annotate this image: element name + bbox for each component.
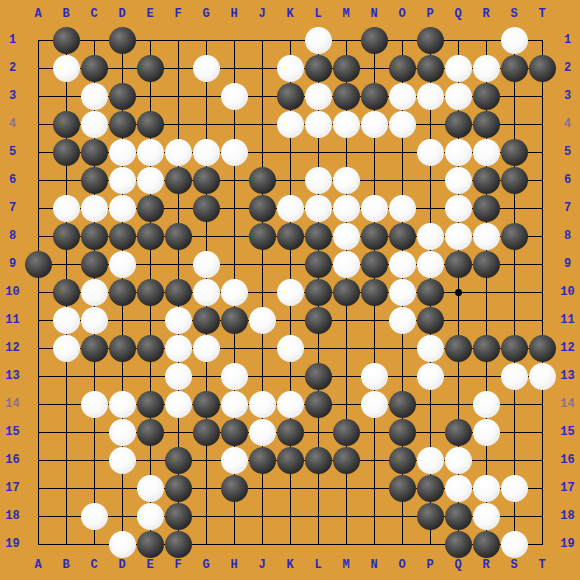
cell-N10[interactable] — [360, 278, 388, 306]
cell-F19[interactable] — [164, 530, 192, 558]
cell-A9[interactable] — [24, 250, 52, 278]
cell-O5[interactable] — [388, 138, 416, 166]
cell-E4[interactable] — [136, 110, 164, 138]
cell-Q9[interactable] — [444, 250, 472, 278]
cell-J9[interactable] — [248, 250, 276, 278]
cell-Q4[interactable] — [444, 110, 472, 138]
cell-S12[interactable] — [500, 334, 528, 362]
cell-E17[interactable] — [136, 474, 164, 502]
cell-J18[interactable] — [248, 502, 276, 530]
cell-B16[interactable] — [52, 446, 80, 474]
cell-O9[interactable] — [388, 250, 416, 278]
cell-K5[interactable] — [276, 138, 304, 166]
cell-N7[interactable] — [360, 194, 388, 222]
cell-A6[interactable] — [24, 166, 52, 194]
cell-B10[interactable] — [52, 278, 80, 306]
cell-J16[interactable] — [248, 446, 276, 474]
cell-E7[interactable] — [136, 194, 164, 222]
cell-O7[interactable] — [388, 194, 416, 222]
cell-G17[interactable] — [192, 474, 220, 502]
cell-H5[interactable] — [220, 138, 248, 166]
cell-O17[interactable] — [388, 474, 416, 502]
cell-M16[interactable] — [332, 446, 360, 474]
cell-B17[interactable] — [52, 474, 80, 502]
cell-T13[interactable] — [528, 362, 556, 390]
cell-J8[interactable] — [248, 222, 276, 250]
cell-K16[interactable] — [276, 446, 304, 474]
cell-S15[interactable] — [500, 418, 528, 446]
cell-O4[interactable] — [388, 110, 416, 138]
cell-A11[interactable] — [24, 306, 52, 334]
cell-T7[interactable] — [528, 194, 556, 222]
cell-B12[interactable] — [52, 334, 80, 362]
cell-C10[interactable] — [80, 278, 108, 306]
cell-E1[interactable] — [136, 26, 164, 54]
cell-N16[interactable] — [360, 446, 388, 474]
cell-S5[interactable] — [500, 138, 528, 166]
cell-E19[interactable] — [136, 530, 164, 558]
cell-Q16[interactable] — [444, 446, 472, 474]
cell-D5[interactable] — [108, 138, 136, 166]
cell-H15[interactable] — [220, 418, 248, 446]
cell-P1[interactable] — [416, 26, 444, 54]
cell-R2[interactable] — [472, 54, 500, 82]
cell-F11[interactable] — [164, 306, 192, 334]
cell-P9[interactable] — [416, 250, 444, 278]
cell-G7[interactable] — [192, 194, 220, 222]
cell-C16[interactable] — [80, 446, 108, 474]
cell-S7[interactable] — [500, 194, 528, 222]
cell-G9[interactable] — [192, 250, 220, 278]
cell-G8[interactable] — [192, 222, 220, 250]
cell-N4[interactable] — [360, 110, 388, 138]
cell-D13[interactable] — [108, 362, 136, 390]
cell-B11[interactable] — [52, 306, 80, 334]
cell-O6[interactable] — [388, 166, 416, 194]
cell-Q12[interactable] — [444, 334, 472, 362]
cell-F13[interactable] — [164, 362, 192, 390]
cell-R17[interactable] — [472, 474, 500, 502]
cell-M10[interactable] — [332, 278, 360, 306]
cell-B2[interactable] — [52, 54, 80, 82]
cell-F2[interactable] — [164, 54, 192, 82]
cell-Q17[interactable] — [444, 474, 472, 502]
cell-H1[interactable] — [220, 26, 248, 54]
cell-T5[interactable] — [528, 138, 556, 166]
cell-N12[interactable] — [360, 334, 388, 362]
cell-J2[interactable] — [248, 54, 276, 82]
cell-G1[interactable] — [192, 26, 220, 54]
cell-A2[interactable] — [24, 54, 52, 82]
cell-D17[interactable] — [108, 474, 136, 502]
cell-C5[interactable] — [80, 138, 108, 166]
cell-H17[interactable] — [220, 474, 248, 502]
cell-M3[interactable] — [332, 82, 360, 110]
cell-N6[interactable] — [360, 166, 388, 194]
cell-S11[interactable] — [500, 306, 528, 334]
cell-F5[interactable] — [164, 138, 192, 166]
cell-R8[interactable] — [472, 222, 500, 250]
cell-E5[interactable] — [136, 138, 164, 166]
cell-F15[interactable] — [164, 418, 192, 446]
cell-H7[interactable] — [220, 194, 248, 222]
cell-P5[interactable] — [416, 138, 444, 166]
cell-K14[interactable] — [276, 390, 304, 418]
cell-K11[interactable] — [276, 306, 304, 334]
cell-R7[interactable] — [472, 194, 500, 222]
cell-B5[interactable] — [52, 138, 80, 166]
cell-O10[interactable] — [388, 278, 416, 306]
cell-E3[interactable] — [136, 82, 164, 110]
cell-H19[interactable] — [220, 530, 248, 558]
cell-N2[interactable] — [360, 54, 388, 82]
cell-H18[interactable] — [220, 502, 248, 530]
cell-G16[interactable] — [192, 446, 220, 474]
cell-T3[interactable] — [528, 82, 556, 110]
cell-L8[interactable] — [304, 222, 332, 250]
cell-D1[interactable] — [108, 26, 136, 54]
cell-C8[interactable] — [80, 222, 108, 250]
cell-B6[interactable] — [52, 166, 80, 194]
cell-J3[interactable] — [248, 82, 276, 110]
cell-M8[interactable] — [332, 222, 360, 250]
cell-J4[interactable] — [248, 110, 276, 138]
cell-P4[interactable] — [416, 110, 444, 138]
cell-L11[interactable] — [304, 306, 332, 334]
cell-J11[interactable] — [248, 306, 276, 334]
cell-J7[interactable] — [248, 194, 276, 222]
cell-L15[interactable] — [304, 418, 332, 446]
cell-C9[interactable] — [80, 250, 108, 278]
cell-F10[interactable] — [164, 278, 192, 306]
cell-A14[interactable] — [24, 390, 52, 418]
cell-N14[interactable] — [360, 390, 388, 418]
cell-O12[interactable] — [388, 334, 416, 362]
cell-L7[interactable] — [304, 194, 332, 222]
cell-S13[interactable] — [500, 362, 528, 390]
cell-L1[interactable] — [304, 26, 332, 54]
cell-F16[interactable] — [164, 446, 192, 474]
cell-P6[interactable] — [416, 166, 444, 194]
cell-L10[interactable] — [304, 278, 332, 306]
cell-S1[interactable] — [500, 26, 528, 54]
cell-N5[interactable] — [360, 138, 388, 166]
cell-T10[interactable] — [528, 278, 556, 306]
cell-F7[interactable] — [164, 194, 192, 222]
cell-B13[interactable] — [52, 362, 80, 390]
cell-M17[interactable] — [332, 474, 360, 502]
cell-D15[interactable] — [108, 418, 136, 446]
cell-H12[interactable] — [220, 334, 248, 362]
cell-G2[interactable] — [192, 54, 220, 82]
cell-L17[interactable] — [304, 474, 332, 502]
cell-O16[interactable] — [388, 446, 416, 474]
cell-Q2[interactable] — [444, 54, 472, 82]
cell-F12[interactable] — [164, 334, 192, 362]
cell-H9[interactable] — [220, 250, 248, 278]
cell-P3[interactable] — [416, 82, 444, 110]
cell-D14[interactable] — [108, 390, 136, 418]
cell-K9[interactable] — [276, 250, 304, 278]
cell-R19[interactable] — [472, 530, 500, 558]
cell-M1[interactable] — [332, 26, 360, 54]
cell-Q3[interactable] — [444, 82, 472, 110]
cell-M19[interactable] — [332, 530, 360, 558]
cell-G18[interactable] — [192, 502, 220, 530]
cell-S10[interactable] — [500, 278, 528, 306]
cell-E12[interactable] — [136, 334, 164, 362]
cell-H11[interactable] — [220, 306, 248, 334]
cell-S19[interactable] — [500, 530, 528, 558]
cell-M11[interactable] — [332, 306, 360, 334]
cell-T19[interactable] — [528, 530, 556, 558]
cell-Q19[interactable] — [444, 530, 472, 558]
cell-T16[interactable] — [528, 446, 556, 474]
cell-C12[interactable] — [80, 334, 108, 362]
cell-H8[interactable] — [220, 222, 248, 250]
cell-E11[interactable] — [136, 306, 164, 334]
cell-A5[interactable] — [24, 138, 52, 166]
cell-A7[interactable] — [24, 194, 52, 222]
cell-P12[interactable] — [416, 334, 444, 362]
cell-T12[interactable] — [528, 334, 556, 362]
cell-B4[interactable] — [52, 110, 80, 138]
cell-A16[interactable] — [24, 446, 52, 474]
cell-J6[interactable] — [248, 166, 276, 194]
cell-R10[interactable] — [472, 278, 500, 306]
cell-S4[interactable] — [500, 110, 528, 138]
cell-D2[interactable] — [108, 54, 136, 82]
cell-H13[interactable] — [220, 362, 248, 390]
cell-J17[interactable] — [248, 474, 276, 502]
cell-G5[interactable] — [192, 138, 220, 166]
cell-O14[interactable] — [388, 390, 416, 418]
cell-R15[interactable] — [472, 418, 500, 446]
cell-T4[interactable] — [528, 110, 556, 138]
cell-D8[interactable] — [108, 222, 136, 250]
cell-O11[interactable] — [388, 306, 416, 334]
cell-C13[interactable] — [80, 362, 108, 390]
cell-T9[interactable] — [528, 250, 556, 278]
cell-K4[interactable] — [276, 110, 304, 138]
cell-Q5[interactable] — [444, 138, 472, 166]
cell-O19[interactable] — [388, 530, 416, 558]
cell-D16[interactable] — [108, 446, 136, 474]
cell-E8[interactable] — [136, 222, 164, 250]
cell-M15[interactable] — [332, 418, 360, 446]
cell-L19[interactable] — [304, 530, 332, 558]
cell-P11[interactable] — [416, 306, 444, 334]
cell-F4[interactable] — [164, 110, 192, 138]
cell-A19[interactable] — [24, 530, 52, 558]
cell-D18[interactable] — [108, 502, 136, 530]
cell-H2[interactable] — [220, 54, 248, 82]
cell-R1[interactable] — [472, 26, 500, 54]
cell-P17[interactable] — [416, 474, 444, 502]
cell-A8[interactable] — [24, 222, 52, 250]
cell-A3[interactable] — [24, 82, 52, 110]
cell-H4[interactable] — [220, 110, 248, 138]
cell-D9[interactable] — [108, 250, 136, 278]
cell-E10[interactable] — [136, 278, 164, 306]
cell-T6[interactable] — [528, 166, 556, 194]
cell-P16[interactable] — [416, 446, 444, 474]
cell-T1[interactable] — [528, 26, 556, 54]
cell-E9[interactable] — [136, 250, 164, 278]
cell-N8[interactable] — [360, 222, 388, 250]
cell-B7[interactable] — [52, 194, 80, 222]
cell-A18[interactable] — [24, 502, 52, 530]
cell-E15[interactable] — [136, 418, 164, 446]
cell-P10[interactable] — [416, 278, 444, 306]
cell-D4[interactable] — [108, 110, 136, 138]
cell-P13[interactable] — [416, 362, 444, 390]
cell-A12[interactable] — [24, 334, 52, 362]
cell-D7[interactable] — [108, 194, 136, 222]
cell-N15[interactable] — [360, 418, 388, 446]
cell-E6[interactable] — [136, 166, 164, 194]
cell-S9[interactable] — [500, 250, 528, 278]
cell-J12[interactable] — [248, 334, 276, 362]
cell-G19[interactable] — [192, 530, 220, 558]
cell-B14[interactable] — [52, 390, 80, 418]
cell-C17[interactable] — [80, 474, 108, 502]
cell-G15[interactable] — [192, 418, 220, 446]
cell-C11[interactable] — [80, 306, 108, 334]
cell-F8[interactable] — [164, 222, 192, 250]
cell-K17[interactable] — [276, 474, 304, 502]
cell-P8[interactable] — [416, 222, 444, 250]
cell-K15[interactable] — [276, 418, 304, 446]
cell-C4[interactable] — [80, 110, 108, 138]
cell-R5[interactable] — [472, 138, 500, 166]
cell-J10[interactable] — [248, 278, 276, 306]
cell-S3[interactable] — [500, 82, 528, 110]
cell-B15[interactable] — [52, 418, 80, 446]
cell-R16[interactable] — [472, 446, 500, 474]
cell-L14[interactable] — [304, 390, 332, 418]
cell-P15[interactable] — [416, 418, 444, 446]
cell-S17[interactable] — [500, 474, 528, 502]
cell-G13[interactable] — [192, 362, 220, 390]
cell-G6[interactable] — [192, 166, 220, 194]
cell-T15[interactable] — [528, 418, 556, 446]
cell-G3[interactable] — [192, 82, 220, 110]
cell-K8[interactable] — [276, 222, 304, 250]
cell-P18[interactable] — [416, 502, 444, 530]
cell-R18[interactable] — [472, 502, 500, 530]
cell-K1[interactable] — [276, 26, 304, 54]
cell-L18[interactable] — [304, 502, 332, 530]
cell-F3[interactable] — [164, 82, 192, 110]
cell-T17[interactable] — [528, 474, 556, 502]
cell-M18[interactable] — [332, 502, 360, 530]
cell-B9[interactable] — [52, 250, 80, 278]
cell-M9[interactable] — [332, 250, 360, 278]
cell-P19[interactable] — [416, 530, 444, 558]
cell-M13[interactable] — [332, 362, 360, 390]
cell-C14[interactable] — [80, 390, 108, 418]
cell-E14[interactable] — [136, 390, 164, 418]
cell-D10[interactable] — [108, 278, 136, 306]
cell-Q10[interactable] — [444, 278, 472, 306]
cell-N13[interactable] — [360, 362, 388, 390]
cell-N3[interactable] — [360, 82, 388, 110]
cell-Q15[interactable] — [444, 418, 472, 446]
cell-L4[interactable] — [304, 110, 332, 138]
cell-K19[interactable] — [276, 530, 304, 558]
cell-G10[interactable] — [192, 278, 220, 306]
cell-K7[interactable] — [276, 194, 304, 222]
cell-J19[interactable] — [248, 530, 276, 558]
cell-L9[interactable] — [304, 250, 332, 278]
cell-L12[interactable] — [304, 334, 332, 362]
cell-Q13[interactable] — [444, 362, 472, 390]
cell-T2[interactable] — [528, 54, 556, 82]
cell-O1[interactable] — [388, 26, 416, 54]
cell-C1[interactable] — [80, 26, 108, 54]
cell-O2[interactable] — [388, 54, 416, 82]
cell-J1[interactable] — [248, 26, 276, 54]
cell-R11[interactable] — [472, 306, 500, 334]
cell-L2[interactable] — [304, 54, 332, 82]
cell-K6[interactable] — [276, 166, 304, 194]
cell-K12[interactable] — [276, 334, 304, 362]
cell-N19[interactable] — [360, 530, 388, 558]
cell-T18[interactable] — [528, 502, 556, 530]
cell-C19[interactable] — [80, 530, 108, 558]
cell-F18[interactable] — [164, 502, 192, 530]
cell-A10[interactable] — [24, 278, 52, 306]
cell-R13[interactable] — [472, 362, 500, 390]
cell-G4[interactable] — [192, 110, 220, 138]
cell-A17[interactable] — [24, 474, 52, 502]
cell-D3[interactable] — [108, 82, 136, 110]
cell-S18[interactable] — [500, 502, 528, 530]
cell-L16[interactable] — [304, 446, 332, 474]
cell-E13[interactable] — [136, 362, 164, 390]
cell-A4[interactable] — [24, 110, 52, 138]
cell-Q1[interactable] — [444, 26, 472, 54]
cell-K3[interactable] — [276, 82, 304, 110]
cell-T11[interactable] — [528, 306, 556, 334]
cell-M6[interactable] — [332, 166, 360, 194]
cell-D12[interactable] — [108, 334, 136, 362]
cell-R12[interactable] — [472, 334, 500, 362]
cell-E16[interactable] — [136, 446, 164, 474]
cell-P2[interactable] — [416, 54, 444, 82]
cell-K2[interactable] — [276, 54, 304, 82]
cell-K18[interactable] — [276, 502, 304, 530]
cell-M14[interactable] — [332, 390, 360, 418]
cell-H14[interactable] — [220, 390, 248, 418]
cell-M12[interactable] — [332, 334, 360, 362]
cell-D11[interactable] — [108, 306, 136, 334]
cell-M7[interactable] — [332, 194, 360, 222]
cell-R9[interactable] — [472, 250, 500, 278]
cell-B18[interactable] — [52, 502, 80, 530]
cell-T8[interactable] — [528, 222, 556, 250]
cell-E2[interactable] — [136, 54, 164, 82]
cell-C18[interactable] — [80, 502, 108, 530]
cell-C3[interactable] — [80, 82, 108, 110]
cell-Q8[interactable] — [444, 222, 472, 250]
cell-K13[interactable] — [276, 362, 304, 390]
cell-C15[interactable] — [80, 418, 108, 446]
cell-O3[interactable] — [388, 82, 416, 110]
cell-F17[interactable] — [164, 474, 192, 502]
cell-G12[interactable] — [192, 334, 220, 362]
